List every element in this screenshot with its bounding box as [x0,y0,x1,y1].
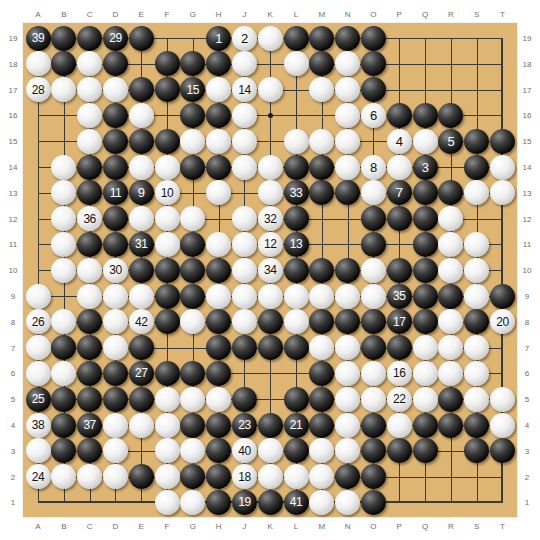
white-stone-N3 [335,438,360,463]
coordinate-label-row: 1 [11,498,15,507]
black-stone-D16 [103,103,128,128]
black-stone-O8 [361,309,386,334]
white-stone-H15 [206,129,231,154]
coordinate-label-row: 8 [525,317,529,326]
coordinate-label-row: 17 [523,85,532,94]
white-stone-K2 [258,464,283,489]
white-stone-O10 [361,258,386,283]
white-stone-C17 [77,77,102,102]
black-stone-E6: 27 [129,361,154,386]
white-stone-O14: 8 [361,155,386,180]
white-stone-K13 [258,180,283,205]
black-stone-C14 [77,155,102,180]
white-stone-L2 [284,464,309,489]
coordinate-label-column: K [268,10,273,19]
black-stone-J5 [232,387,257,412]
white-stone-M9 [309,284,334,309]
black-stone-F18 [155,51,180,76]
move-number-label: 20 [496,316,508,328]
coordinate-label-column: D [113,10,119,19]
coordinate-label-row: 11 [523,240,531,249]
white-stone-J12 [232,206,257,231]
white-stone-R6 [438,361,463,386]
white-stone-S9 [464,284,489,309]
white-stone-A18 [26,51,51,76]
move-number-label: 19 [238,496,250,508]
coordinate-label-row: 16 [9,111,18,120]
white-stone-F12 [155,206,180,231]
white-stone-A8: 26 [26,309,51,334]
move-number-label: 11 [110,187,121,199]
white-stone-R10 [438,258,463,283]
move-number-label: 30 [109,264,121,276]
white-stone-P5: 22 [387,387,412,412]
coordinate-label-column: A [35,10,40,19]
black-stone-L4: 21 [284,413,309,438]
white-stone-M7 [309,335,334,360]
white-stone-N6 [335,361,360,386]
coordinate-label-column: B [61,522,66,531]
coordinate-label-column: J [242,10,246,19]
coordinate-label-column: C [87,522,93,531]
coordinate-label-column: O [370,522,376,531]
black-stone-H4 [206,413,231,438]
white-stone-C16 [77,103,102,128]
white-stone-F3 [155,438,180,463]
coordinate-label-column: M [318,522,325,531]
coordinate-label-column: T [500,10,505,19]
black-stone-O18 [361,51,386,76]
move-number-label: 10 [161,187,173,199]
black-stone-M18 [309,51,334,76]
black-stone-K4 [258,413,283,438]
coordinate-label-row: 19 [9,34,18,43]
coordinate-label-column: A [35,522,40,531]
black-stone-E11: 31 [129,232,154,257]
move-number-label: 3 [422,161,429,174]
white-stone-O13 [361,180,386,205]
white-stone-O9 [361,284,386,309]
coordinate-label-row: 18 [523,59,532,68]
white-stone-G12 [180,206,205,231]
black-stone-M4 [309,413,334,438]
black-stone-N8 [335,309,360,334]
move-number-label: 27 [135,367,147,379]
white-stone-S11 [464,232,489,257]
black-stone-D18 [103,51,128,76]
black-stone-Q4 [413,413,438,438]
move-number-label: 22 [393,393,405,405]
coordinate-label-column: J [242,522,246,531]
white-stone-M17 [309,77,334,102]
white-stone-D9 [103,284,128,309]
black-stone-H18 [206,51,231,76]
black-stone-R16 [438,103,463,128]
white-stone-G3 [180,438,205,463]
white-stone-S7 [464,335,489,360]
white-stone-H13 [206,180,231,205]
black-stone-Q10 [413,258,438,283]
black-stone-G16 [180,103,205,128]
white-stone-L9 [284,284,309,309]
star-point [268,113,273,118]
black-stone-O4 [361,413,386,438]
move-number-label: 36 [83,213,95,225]
white-stone-Q5 [413,387,438,412]
black-stone-B18 [51,51,76,76]
coordinate-label-row: 9 [525,292,529,301]
white-stone-D17 [103,77,128,102]
white-stone-E4 [129,413,154,438]
coordinate-label-column: F [165,10,170,19]
white-stone-N5 [335,387,360,412]
black-stone-A19: 39 [26,26,51,51]
coordinate-label-column: Q [422,522,428,531]
black-stone-H2 [206,464,231,489]
black-stone-D19: 29 [103,26,128,51]
black-stone-H6 [206,361,231,386]
black-stone-E2 [129,464,154,489]
black-stone-D12 [103,206,128,231]
white-stone-R12 [438,206,463,231]
white-stone-A6 [26,361,51,386]
move-number-label: 4 [396,135,403,148]
black-stone-G4 [180,413,205,438]
coordinate-label-row: 9 [11,292,15,301]
black-stone-M8 [309,309,334,334]
coordinate-label-row: 3 [525,446,529,455]
white-stone-R8 [438,309,463,334]
coordinate-label-row: 4 [11,421,15,430]
black-stone-L7 [284,335,309,360]
white-stone-N18 [335,51,360,76]
white-stone-S13 [464,180,489,205]
move-number-label: 9 [138,186,145,199]
coordinate-label-column: F [165,522,170,531]
white-stone-B17 [51,77,76,102]
white-stone-K3 [258,438,283,463]
white-stone-O5 [361,387,386,412]
coordinate-label-row: 8 [11,317,15,326]
white-stone-G15 [180,129,205,154]
white-stone-T13 [490,180,515,205]
black-stone-J7 [232,335,257,360]
white-stone-P14 [387,155,412,180]
coordinate-label-column: O [370,10,376,19]
coordinate-label-column: H [216,10,222,19]
black-stone-H1 [206,490,231,515]
black-stone-G18 [180,51,205,76]
coordinate-label-row: 7 [525,343,529,352]
coordinate-label-row: 1 [525,498,529,507]
move-number-label: 12 [264,238,276,250]
coordinate-label-row: 11 [9,240,17,249]
black-stone-C7 [77,335,102,360]
black-stone-L14 [284,155,309,180]
white-stone-J10 [232,258,257,283]
black-stone-R13 [438,180,463,205]
white-stone-J15 [232,129,257,154]
go-diagram: 3929122815146458311910337363231121330343… [0,0,540,540]
white-stone-T5 [490,387,515,412]
coordinate-label-row: 16 [523,111,532,120]
white-stone-G5 [180,387,205,412]
coordinate-label-row: 12 [9,214,18,223]
move-number-label: 2 [241,32,248,45]
black-stone-A5: 25 [26,387,51,412]
black-stone-S4 [464,413,489,438]
white-stone-L8 [284,309,309,334]
white-stone-H11 [206,232,231,257]
black-stone-O2 [361,464,386,489]
black-stone-E7 [129,335,154,360]
black-stone-T15 [490,129,515,154]
black-stone-D11 [103,232,128,257]
black-stone-S8 [464,309,489,334]
black-stone-Q13 [413,180,438,205]
white-stone-L15 [284,129,309,154]
coordinate-label-row: 15 [523,137,532,146]
black-stone-P3 [387,438,412,463]
coordinate-label-column: G [190,522,196,531]
coordinate-label-row: 5 [525,395,529,404]
white-stone-L18 [284,51,309,76]
black-stone-B3 [51,438,76,463]
black-stone-K7 [258,335,283,360]
white-stone-B14 [51,155,76,180]
white-stone-N17 [335,77,360,102]
white-stone-M3 [309,438,334,463]
black-stone-B7 [51,335,76,360]
white-stone-P6: 16 [387,361,412,386]
move-number-label: 6 [370,109,377,122]
black-stone-F15 [155,129,180,154]
black-stone-H16 [206,103,231,128]
black-stone-N19 [335,26,360,51]
white-stone-A7 [26,335,51,360]
black-stone-H7 [206,335,231,360]
white-stone-F4 [155,413,180,438]
coordinate-label-column: E [139,10,144,19]
coordinate-label-row: 14 [523,163,532,172]
black-stone-G2 [180,464,205,489]
coordinate-label-column: P [397,10,402,19]
white-stone-A9 [26,284,51,309]
white-stone-T14 [490,155,515,180]
white-stone-C10 [77,258,102,283]
white-stone-Q15 [413,129,438,154]
white-stone-J2: 18 [232,464,257,489]
black-stone-O7 [361,335,386,360]
move-number-label: 38 [32,419,44,431]
white-stone-D7 [103,335,128,360]
black-stone-G10 [180,258,205,283]
white-stone-K14 [258,155,283,180]
white-stone-B12 [51,206,76,231]
white-stone-H17 [206,77,231,102]
white-stone-F2 [155,464,180,489]
white-stone-P4 [387,413,412,438]
black-stone-R15: 5 [438,129,463,154]
black-stone-C11 [77,232,102,257]
black-stone-M13 [309,180,334,205]
white-stone-N7 [335,335,360,360]
white-stone-B2 [51,464,76,489]
white-stone-K19 [258,26,283,51]
coordinate-label-column: N [345,10,351,19]
white-stone-J8 [232,309,257,334]
move-number-label: 33 [290,187,302,199]
white-stone-E12 [129,206,154,231]
coordinate-label-row: 7 [11,343,15,352]
black-stone-J4: 23 [232,413,257,438]
black-stone-H3 [206,438,231,463]
move-number-label: 8 [370,161,377,174]
black-stone-Q9 [413,284,438,309]
white-stone-E9 [129,284,154,309]
white-stone-N4 [335,413,360,438]
white-stone-F13: 10 [155,180,180,205]
move-number-label: 34 [264,264,276,276]
move-number-label: 24 [32,471,44,483]
coordinate-label-column: K [268,522,273,531]
black-stone-F10 [155,258,180,283]
white-stone-T8: 20 [490,309,515,334]
coordinate-label-column: E [139,522,144,531]
black-stone-B4 [51,413,76,438]
black-stone-E13: 9 [129,180,154,205]
white-stone-M2 [309,464,334,489]
black-stone-S3 [464,438,489,463]
black-stone-C6 [77,361,102,386]
white-stone-G1 [180,490,205,515]
black-stone-Q14: 3 [413,155,438,180]
move-number-label: 32 [264,213,276,225]
coordinate-label-row: 5 [11,395,15,404]
black-stone-G14 [180,155,205,180]
black-stone-F6 [155,361,180,386]
move-number-label: 7 [396,186,403,199]
move-number-label: 15 [187,84,199,96]
move-number-label: 28 [32,84,44,96]
black-stone-K8 [258,309,283,334]
coordinate-label-column: R [448,522,454,531]
black-stone-C19 [77,26,102,51]
coordinate-label-row: 13 [523,188,532,197]
black-stone-Q11 [413,232,438,257]
white-stone-N9 [335,284,360,309]
coordinate-label-row: 6 [11,369,15,378]
coordinate-label-column: Q [422,10,428,19]
black-stone-M5 [309,387,334,412]
coordinate-label-row: 4 [525,421,529,430]
black-stone-O1 [361,490,386,515]
black-stone-M10 [309,258,334,283]
black-stone-S15 [464,129,489,154]
black-stone-L11: 13 [284,232,309,257]
move-number-label: 17 [393,316,405,328]
coordinate-label-row: 12 [523,214,532,223]
black-stone-O12 [361,206,386,231]
white-stone-N1 [335,490,360,515]
white-stone-S10 [464,258,489,283]
white-stone-B10 [51,258,76,283]
coordinate-label-column: D [113,522,119,531]
coordinate-label-row: 19 [523,34,532,43]
white-stone-K10: 34 [258,258,283,283]
white-stone-D8 [103,309,128,334]
white-stone-M15 [309,129,334,154]
white-stone-O16: 6 [361,103,386,128]
coordinate-label-column: M [318,10,325,19]
coordinate-label-column: H [216,522,222,531]
white-stone-A3 [26,438,51,463]
white-stone-H9 [206,284,231,309]
black-stone-H8 [206,309,231,334]
black-stone-P7 [387,335,412,360]
black-stone-D15 [103,129,128,154]
black-stone-R4 [438,413,463,438]
black-stone-E17 [129,77,154,102]
black-stone-E15 [129,129,154,154]
white-stone-J9 [232,284,257,309]
move-number-label: 13 [290,238,302,250]
coordinate-label-row: 13 [9,188,18,197]
move-number-label: 25 [32,393,44,405]
white-stone-J17: 14 [232,77,257,102]
black-stone-G11 [180,232,205,257]
coordinate-label-row: 10 [9,266,18,275]
black-stone-K1 [258,490,283,515]
black-stone-D13: 11 [103,180,128,205]
black-stone-M19 [309,26,334,51]
black-stone-F8 [155,309,180,334]
black-stone-C8 [77,309,102,334]
white-stone-K9 [258,284,283,309]
white-stone-B6 [51,361,76,386]
white-stone-J19: 2 [232,26,257,51]
black-stone-C4: 37 [77,413,102,438]
black-stone-P12 [387,206,412,231]
white-stone-C18 [77,51,102,76]
move-number-label: 29 [109,32,121,44]
coordinate-label-column: P [397,522,402,531]
move-number-label: 23 [238,419,250,431]
black-stone-L19 [284,26,309,51]
coordinate-label-column: L [294,522,298,531]
coordinate-label-row: 10 [523,266,532,275]
coordinate-label-row: 2 [525,472,529,481]
black-stone-L3 [284,438,309,463]
white-stone-J3: 40 [232,438,257,463]
coordinate-label-row: 6 [525,369,529,378]
white-stone-P15: 4 [387,129,412,154]
black-stone-D6 [103,361,128,386]
white-stone-F14 [155,155,180,180]
white-stone-B11 [51,232,76,257]
black-stone-G9 [180,284,205,309]
black-stone-E5 [129,387,154,412]
black-stone-N13 [335,180,360,205]
coordinate-label-column: S [474,522,479,531]
move-number-label: 5 [447,135,454,148]
coordinate-label-column: S [474,10,479,19]
white-stone-H5 [206,387,231,412]
move-number-label: 39 [32,32,44,44]
white-stone-J18 [232,51,257,76]
black-stone-L10 [284,258,309,283]
black-stone-H10 [206,258,231,283]
